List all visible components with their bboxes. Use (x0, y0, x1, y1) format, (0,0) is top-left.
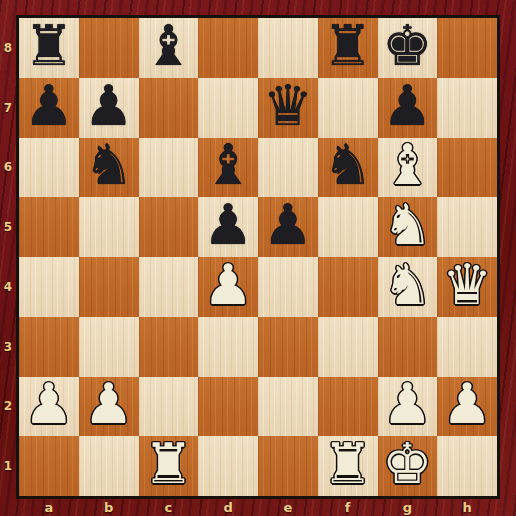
chess-board[interactable]: ♜♝♜♚♟♟♛♟♞♝♞♝♟♟♞♟♞♛♟♟♟♟♜♜♚ (16, 15, 500, 499)
piece-black-knight[interactable]: ♞ (323, 137, 373, 193)
square-a8[interactable]: ♜ (19, 18, 79, 78)
file-label-g: g (378, 499, 438, 516)
square-g6[interactable]: ♝ (378, 138, 438, 198)
square-d6[interactable]: ♝ (198, 138, 258, 198)
piece-black-pawn[interactable]: ♟ (84, 78, 134, 134)
file-label-d: d (198, 499, 258, 516)
piece-white-pawn[interactable]: ♟ (24, 376, 74, 432)
rank-label-6: 6 (0, 138, 16, 198)
square-c4[interactable] (139, 257, 199, 317)
square-h5[interactable] (437, 197, 497, 257)
board-frame: 87654321 ♜♝♜♚♟♟♛♟♞♝♞♝♟♟♞♟♞♛♟♟♟♟♜♜♚ abcde… (0, 0, 516, 516)
square-g2[interactable]: ♟ (378, 377, 438, 437)
square-f6[interactable]: ♞ (318, 138, 378, 198)
square-f8[interactable]: ♜ (318, 18, 378, 78)
square-c8[interactable]: ♝ (139, 18, 199, 78)
piece-black-queen[interactable]: ♛ (263, 78, 313, 134)
piece-black-pawn[interactable]: ♟ (24, 78, 74, 134)
piece-black-bishop[interactable]: ♝ (203, 137, 253, 193)
square-e6[interactable] (258, 138, 318, 198)
square-g5[interactable]: ♞ (378, 197, 438, 257)
rank-label-2: 2 (0, 377, 16, 437)
square-e8[interactable] (258, 18, 318, 78)
square-h2[interactable]: ♟ (437, 377, 497, 437)
piece-white-rook[interactable]: ♜ (323, 436, 373, 492)
rank-labels: 87654321 (0, 18, 16, 496)
piece-white-bishop[interactable]: ♝ (382, 137, 432, 193)
square-f2[interactable] (318, 377, 378, 437)
piece-white-pawn[interactable]: ♟ (382, 376, 432, 432)
piece-white-knight[interactable]: ♞ (382, 257, 432, 313)
piece-black-rook[interactable]: ♜ (24, 18, 74, 74)
piece-white-pawn[interactable]: ♟ (84, 376, 134, 432)
square-h6[interactable] (437, 138, 497, 198)
square-g4[interactable]: ♞ (378, 257, 438, 317)
piece-black-pawn[interactable]: ♟ (263, 197, 313, 253)
square-b3[interactable] (79, 317, 139, 377)
piece-white-pawn[interactable]: ♟ (442, 376, 492, 432)
piece-black-bishop[interactable]: ♝ (143, 18, 193, 74)
square-b6[interactable]: ♞ (79, 138, 139, 198)
piece-black-knight[interactable]: ♞ (84, 137, 134, 193)
rank-label-7: 7 (0, 78, 16, 138)
square-b1[interactable] (79, 436, 139, 496)
square-c3[interactable] (139, 317, 199, 377)
square-e7[interactable]: ♛ (258, 78, 318, 138)
square-a6[interactable] (19, 138, 79, 198)
square-b2[interactable]: ♟ (79, 377, 139, 437)
piece-white-king[interactable]: ♚ (382, 436, 432, 492)
rank-label-1: 1 (0, 436, 16, 496)
square-c1[interactable]: ♜ (139, 436, 199, 496)
square-g8[interactable]: ♚ (378, 18, 438, 78)
square-h1[interactable] (437, 436, 497, 496)
square-e2[interactable] (258, 377, 318, 437)
square-e5[interactable]: ♟ (258, 197, 318, 257)
square-h7[interactable] (437, 78, 497, 138)
rank-label-8: 8 (0, 18, 16, 78)
piece-white-queen[interactable]: ♛ (442, 257, 492, 313)
square-a1[interactable] (19, 436, 79, 496)
piece-white-rook[interactable]: ♜ (143, 436, 193, 492)
file-label-b: b (79, 499, 139, 516)
square-d3[interactable] (198, 317, 258, 377)
file-label-f: f (318, 499, 378, 516)
square-f7[interactable] (318, 78, 378, 138)
square-b5[interactable] (79, 197, 139, 257)
square-a2[interactable]: ♟ (19, 377, 79, 437)
square-e4[interactable] (258, 257, 318, 317)
square-b4[interactable] (79, 257, 139, 317)
square-g1[interactable]: ♚ (378, 436, 438, 496)
square-c6[interactable] (139, 138, 199, 198)
square-d8[interactable] (198, 18, 258, 78)
file-label-c: c (139, 499, 199, 516)
square-f4[interactable] (318, 257, 378, 317)
square-a5[interactable] (19, 197, 79, 257)
square-f1[interactable]: ♜ (318, 436, 378, 496)
file-labels: abcdefgh (19, 499, 497, 516)
piece-black-rook[interactable]: ♜ (323, 18, 373, 74)
square-d4[interactable]: ♟ (198, 257, 258, 317)
square-d7[interactable] (198, 78, 258, 138)
piece-black-pawn[interactable]: ♟ (203, 197, 253, 253)
square-e3[interactable] (258, 317, 318, 377)
square-c5[interactable] (139, 197, 199, 257)
square-c7[interactable] (139, 78, 199, 138)
square-g7[interactable]: ♟ (378, 78, 438, 138)
square-b8[interactable] (79, 18, 139, 78)
square-a7[interactable]: ♟ (19, 78, 79, 138)
square-b7[interactable]: ♟ (79, 78, 139, 138)
square-d2[interactable] (198, 377, 258, 437)
rank-label-5: 5 (0, 197, 16, 257)
piece-white-knight[interactable]: ♞ (382, 197, 432, 253)
square-a4[interactable] (19, 257, 79, 317)
square-d1[interactable] (198, 436, 258, 496)
square-e1[interactable] (258, 436, 318, 496)
square-d5[interactable]: ♟ (198, 197, 258, 257)
square-a3[interactable] (19, 317, 79, 377)
square-f5[interactable] (318, 197, 378, 257)
rank-label-3: 3 (0, 317, 16, 377)
rank-label-4: 4 (0, 257, 16, 317)
square-f3[interactable] (318, 317, 378, 377)
piece-black-pawn[interactable]: ♟ (382, 78, 432, 134)
file-label-e: e (258, 499, 318, 516)
square-h3[interactable] (437, 317, 497, 377)
square-g3[interactable] (378, 317, 438, 377)
piece-black-king[interactable]: ♚ (382, 18, 432, 74)
square-h4[interactable]: ♛ (437, 257, 497, 317)
square-c2[interactable] (139, 377, 199, 437)
file-label-a: a (19, 499, 79, 516)
piece-white-pawn[interactable]: ♟ (203, 257, 253, 313)
file-label-h: h (437, 499, 497, 516)
square-h8[interactable] (437, 18, 497, 78)
